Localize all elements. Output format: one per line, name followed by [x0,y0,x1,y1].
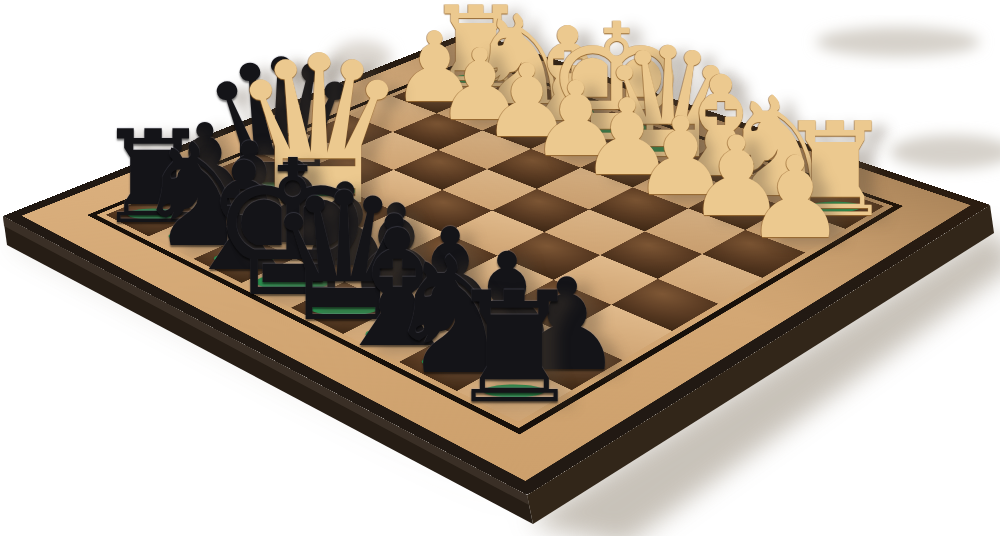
piece-shadow-far-right-2 [890,135,1000,169]
white-pawn-a2[interactable]: ♟ [745,141,846,254]
piece-shadow-far-right-1 [816,27,980,57]
black-rook-a8[interactable]: ♜ [446,272,583,425]
chess-scene: ♜♞♝♛♚♝♞♜♟♟♟♟♟♟♟♟♟♟♟♟♟♟♟♟♜♞♝♛♚♝♞♜♛♛ [0,0,1000,536]
